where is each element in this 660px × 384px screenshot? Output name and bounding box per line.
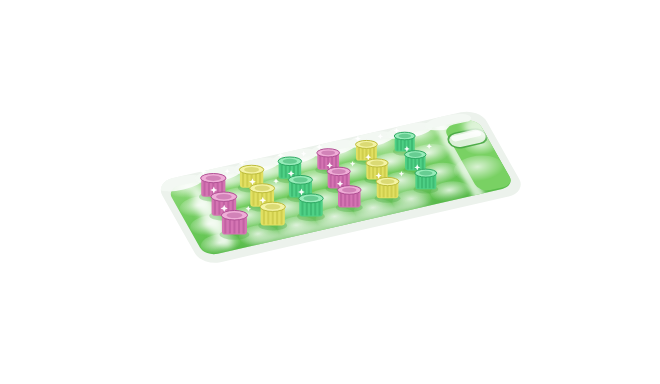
pool-float-product-image [0,0,660,384]
product-photo-canvas: Green inflatable 18-pocket pool lounger … [0,0,660,384]
